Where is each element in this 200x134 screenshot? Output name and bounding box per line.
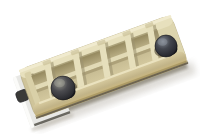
knob-left-gleam [54,79,65,87]
product-photo [0,0,200,134]
knob-right [155,35,177,57]
knob-right-gleam [158,38,168,46]
photo-canvas [0,0,200,134]
knob-left [51,76,75,100]
